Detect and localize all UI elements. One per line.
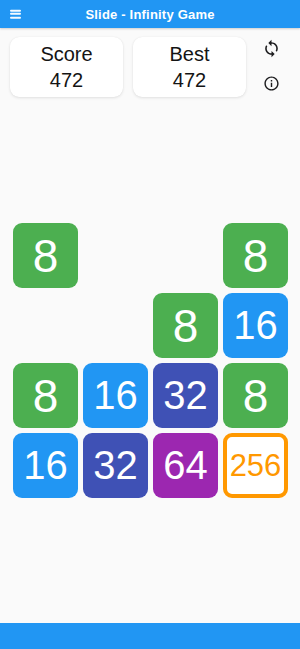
empty-cell [83, 223, 148, 288]
score-label: Score [40, 41, 92, 67]
hamburger-icon[interactable] [10, 10, 21, 19]
hamburger-bar [10, 13, 21, 15]
info-icon [263, 80, 280, 95]
best-value: 472 [173, 67, 206, 93]
app-screen: Slide - Infinity Game Score 472 Best 472 [0, 0, 300, 649]
game-board[interactable]: 88816816328163264256 [13, 223, 288, 498]
tile-32: 32 [83, 433, 148, 498]
score-card: Score 472 [10, 37, 123, 97]
app-header: Slide - Infinity Game [0, 0, 300, 28]
empty-cell [153, 223, 218, 288]
empty-cell [13, 293, 78, 358]
app-title: Slide - Infinity Game [0, 7, 300, 22]
best-card: Best 472 [133, 37, 246, 97]
tile-8: 8 [13, 363, 78, 428]
refresh-button[interactable] [262, 39, 281, 58]
tile-8: 8 [223, 363, 288, 428]
tile-8: 8 [223, 223, 288, 288]
bottom-bar [0, 623, 300, 649]
tile-16: 16 [13, 433, 78, 498]
tile-64: 64 [153, 433, 218, 498]
tile-16: 16 [83, 363, 148, 428]
empty-cell [83, 293, 148, 358]
refresh-icon [262, 46, 281, 61]
tile-8: 8 [153, 293, 218, 358]
tile-32: 32 [153, 363, 218, 428]
score-value: 472 [50, 67, 83, 93]
best-label: Best [169, 41, 209, 67]
tile-8: 8 [13, 223, 78, 288]
hamburger-bar [10, 10, 21, 12]
tile-256: 256 [223, 433, 288, 498]
tile-16: 16 [223, 293, 288, 358]
scoreboard: Score 472 Best 472 [0, 37, 300, 97]
hamburger-bar [10, 16, 21, 18]
info-button[interactable] [263, 75, 280, 92]
